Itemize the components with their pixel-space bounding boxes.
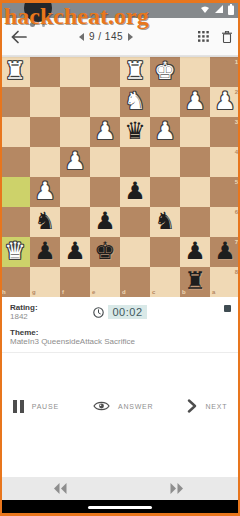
stop-icon[interactable] (224, 305, 231, 312)
square-d6[interactable] (120, 207, 150, 237)
next-button[interactable]: NEXT (187, 399, 227, 413)
square-f3[interactable] (60, 117, 90, 147)
square-g2[interactable] (30, 87, 60, 117)
file-label-e: e (92, 289, 95, 295)
square-h2[interactable] (0, 87, 30, 117)
square-f2[interactable] (60, 87, 90, 117)
square-c5[interactable] (150, 177, 180, 207)
piece-black-rook-b8[interactable]: ♜ (180, 267, 210, 297)
piece-white-rook-h1[interactable]: ♜ (0, 57, 30, 87)
piece-black-pawn-e6[interactable]: ♟ (90, 207, 120, 237)
piece-white-rook-d1[interactable]: ♜ (120, 57, 150, 87)
file-label-c: c (152, 289, 155, 295)
grid-icon[interactable] (198, 31, 209, 42)
rewind-icon[interactable] (52, 482, 68, 495)
move-nav-bar (0, 477, 240, 500)
square-f4[interactable]: ♟ (60, 147, 90, 177)
square-g4[interactable] (30, 147, 60, 177)
square-b2[interactable]: ♟ (180, 87, 210, 117)
piece-black-pawn-f7[interactable]: ♟ (60, 237, 90, 267)
piece-black-knight-c6[interactable]: ♞ (150, 207, 180, 237)
pause-label: PAUSE (32, 403, 59, 410)
square-c2[interactable] (150, 87, 180, 117)
piece-white-pawn-g5[interactable]: ♟ (30, 177, 60, 207)
piece-white-king-c1[interactable]: ♚ (150, 57, 180, 87)
piece-black-pawn-b7[interactable]: ♟ (180, 237, 210, 267)
square-a8[interactable]: 8a (210, 267, 240, 297)
rank-label-8: 8 (235, 269, 238, 275)
theme-block: Theme: MateIn3 QueensideAttack Sacrifice (10, 328, 135, 346)
square-e2[interactable] (90, 87, 120, 117)
square-c7[interactable] (150, 237, 180, 267)
file-label-f: f (62, 289, 64, 295)
square-d8[interactable]: d (120, 267, 150, 297)
square-f5[interactable] (60, 177, 90, 207)
square-h5[interactable] (0, 177, 30, 207)
rank-label-5: 5 (235, 179, 238, 185)
square-g3[interactable] (30, 117, 60, 147)
square-g1[interactable] (30, 57, 60, 87)
theme-value: MateIn3 QueensideAttack Sacrifice (10, 337, 135, 346)
piece-black-knight-g6[interactable]: ♞ (30, 207, 60, 237)
piece-black-pawn-a7[interactable]: ♟ (210, 237, 240, 267)
square-d1[interactable]: ♜ (120, 57, 150, 87)
piece-white-pawn-f4[interactable]: ♟ (60, 147, 90, 177)
piece-white-queen-h7[interactable]: ♛ (0, 237, 30, 267)
pause-button[interactable]: PAUSE (13, 400, 59, 413)
square-c8[interactable]: c (150, 267, 180, 297)
piece-white-pawn-a2[interactable]: ♟ (210, 87, 240, 117)
square-e1[interactable] (90, 57, 120, 87)
square-b1[interactable] (180, 57, 210, 87)
square-b5[interactable] (180, 177, 210, 207)
next-puzzle-icon[interactable] (128, 33, 133, 41)
square-g7[interactable]: ♟ (30, 237, 60, 267)
piece-black-pawn-g7[interactable]: ♟ (30, 237, 60, 267)
pause-icon (13, 400, 24, 413)
watermark-dot (30, 22, 35, 27)
piece-white-knight-d2[interactable]: ♞ (120, 87, 150, 117)
toolbar: 9 / 145 (0, 18, 240, 56)
clock-icon (93, 307, 104, 318)
prev-puzzle-icon[interactable] (79, 33, 84, 41)
answer-button[interactable]: ANSWER (93, 400, 154, 412)
square-a3[interactable]: 3 (210, 117, 240, 147)
rank-label-6: 6 (235, 209, 238, 215)
eye-icon (93, 400, 110, 412)
piece-black-queen-d3[interactable]: ♛ (120, 117, 150, 147)
home-indicator[interactable] (88, 506, 152, 509)
square-d2[interactable]: ♞ (120, 87, 150, 117)
rank-label-3: 3 (235, 119, 238, 125)
square-h8[interactable]: h (0, 267, 30, 297)
square-c1[interactable]: ♚ (150, 57, 180, 87)
square-a6[interactable]: 6 (210, 207, 240, 237)
status-icons (200, 4, 234, 14)
battery-icon (228, 4, 234, 15)
file-label-a: a (212, 289, 215, 295)
square-h1[interactable]: ♜ (0, 57, 30, 87)
square-e5[interactable] (90, 177, 120, 207)
square-c6[interactable]: ♞ (150, 207, 180, 237)
square-h4[interactable] (0, 147, 30, 177)
piece-black-king-e7[interactable]: ♚ (90, 237, 120, 267)
square-d4[interactable] (120, 147, 150, 177)
controls-bar: PAUSE ANSWER NEXT (0, 396, 240, 416)
piece-black-pawn-d5[interactable]: ♟ (120, 177, 150, 207)
theme-label: Theme: (10, 328, 135, 337)
square-e3[interactable]: ♟ (90, 117, 120, 147)
answer-label: ANSWER (118, 403, 154, 410)
fast-forward-icon[interactable] (169, 482, 185, 495)
info-panel: Rating: 1842 00:02 Theme: MateIn3 Queens… (0, 297, 240, 353)
square-a4[interactable]: 4 (210, 147, 240, 177)
square-h6[interactable] (0, 207, 30, 237)
square-b3[interactable] (180, 117, 210, 147)
file-label-d: d (122, 289, 126, 295)
square-b8[interactable]: b♜ (180, 267, 210, 297)
square-f1[interactable] (60, 57, 90, 87)
square-e8[interactable]: e (90, 267, 120, 297)
signal-icon (214, 4, 224, 14)
square-h7[interactable]: ♛ (0, 237, 30, 267)
square-a1[interactable]: 1 (210, 57, 240, 87)
piece-white-pawn-c3[interactable]: ♟ (150, 117, 180, 147)
puzzle-counter-text: 9 / 145 (89, 31, 123, 42)
square-c4[interactable] (150, 147, 180, 177)
square-f8[interactable]: f (60, 267, 90, 297)
toolbar-actions (198, 18, 232, 55)
square-b7[interactable]: ♟ (180, 237, 210, 267)
square-g6[interactable]: ♞ (30, 207, 60, 237)
square-d3[interactable]: ♛ (120, 117, 150, 147)
rank-label-4: 4 (235, 149, 238, 155)
trash-icon[interactable] (222, 31, 232, 43)
square-b6[interactable] (180, 207, 210, 237)
square-d7[interactable] (120, 237, 150, 267)
wifi-icon (200, 4, 210, 14)
square-d5[interactable]: ♟ (120, 177, 150, 207)
square-c3[interactable]: ♟ (150, 117, 180, 147)
square-a5[interactable]: 5 (210, 177, 240, 207)
android-nav-bar (0, 500, 240, 516)
watermark-dot (42, 24, 45, 27)
square-e4[interactable] (90, 147, 120, 177)
timer: 00:02 (0, 305, 240, 319)
square-h3[interactable] (0, 117, 30, 147)
file-label-h: h (2, 289, 6, 295)
square-g8[interactable]: g (30, 267, 60, 297)
square-e7[interactable]: ♚ (90, 237, 120, 267)
rank-label-1: 1 (235, 59, 238, 65)
square-f7[interactable]: ♟ (60, 237, 90, 267)
chevron-right-icon (187, 399, 197, 413)
next-label: NEXT (205, 403, 227, 410)
square-a2[interactable]: 2♟ (210, 87, 240, 117)
timer-value: 00:02 (108, 305, 146, 319)
square-a7[interactable]: 7♟ (210, 237, 240, 267)
square-b4[interactable] (180, 147, 210, 177)
square-e6[interactable]: ♟ (90, 207, 120, 237)
square-f6[interactable] (60, 207, 90, 237)
file-label-g: g (32, 289, 36, 295)
square-g5[interactable]: ♟ (30, 177, 60, 207)
piece-white-pawn-e3[interactable]: ♟ (90, 117, 120, 147)
chess-board: ♜♜♚1♞♟2♟♟♛♟3♟4♟♟5♞♟♞6♛♟♟♚♟7♟hgfedcb♜8a (0, 57, 240, 297)
piece-white-pawn-b2[interactable]: ♟ (180, 87, 210, 117)
